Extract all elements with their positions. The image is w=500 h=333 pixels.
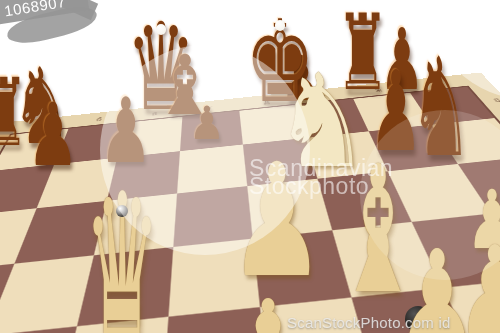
stock-photo-chess-scene: абвгдежз 87654321 ♜♞♟♟♛♝♟♚♟♜♟♟♞♞♟♝♛♟♟♟♟ … <box>0 0 500 333</box>
chess-piece-black-queen-finial <box>156 24 167 35</box>
chess-piece-black-rook: ♜ <box>0 67 29 161</box>
chess-piece-white-pawn: ♟ <box>232 288 304 333</box>
chess-piece-white-queen: ♛ <box>84 167 160 333</box>
chess-piece-white-pawn: ♟ <box>394 232 479 333</box>
chess-piece-black-pawn: ♟ <box>189 100 225 146</box>
chess-piece-white-pawn: ♟ <box>229 143 326 300</box>
pieces-layer: ♜♞♟♟♛♝♟♚♟♜♟♟♞♞♟♝♛♟♟♟♟ <box>0 0 500 333</box>
chess-piece-black-pawn: ♟ <box>27 92 79 179</box>
chess-piece-white-queen-finial <box>116 205 128 217</box>
